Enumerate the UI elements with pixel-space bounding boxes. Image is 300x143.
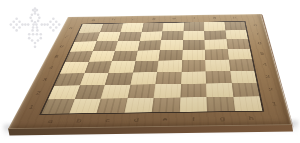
coord-rank-3-right: 3 <box>256 70 280 83</box>
square-h7 <box>225 30 248 39</box>
square-f4 <box>181 60 205 72</box>
square-g8 <box>204 22 225 31</box>
square-d5 <box>135 50 160 61</box>
square-d2 <box>127 84 155 98</box>
coord-file-c-bottom: c <box>91 114 123 128</box>
square-f1 <box>179 97 207 112</box>
square-c2 <box>101 85 130 99</box>
square-d7 <box>139 31 162 40</box>
square-c6 <box>115 41 140 51</box>
square-c4 <box>108 61 135 73</box>
square-h5 <box>227 49 252 60</box>
square-d8 <box>141 23 163 32</box>
square-e4 <box>157 60 182 72</box>
square-c1 <box>96 98 127 113</box>
coord-file-f-bottom: f <box>179 112 208 126</box>
square-d3 <box>130 72 157 85</box>
square-d1 <box>124 98 154 113</box>
square-e2 <box>154 84 181 98</box>
square-f2 <box>180 84 206 98</box>
frame-coordinates: aabbccddeeffgghh8877665544332211 <box>68 14 261 17</box>
playing-field <box>39 21 264 115</box>
square-e7 <box>161 31 183 40</box>
coord-file-d-bottom: d <box>120 113 151 127</box>
square-f3 <box>181 71 206 84</box>
square-h6 <box>226 39 250 49</box>
square-e6 <box>160 40 183 50</box>
product-photo-chessboard: aabbccddeeffgghh8877665544332211 <box>0 0 300 143</box>
square-e3 <box>155 72 181 85</box>
coord-rank-6-right: 6 <box>249 38 270 48</box>
coord-rank-7-right: 7 <box>247 29 268 38</box>
square-c8 <box>121 23 144 32</box>
square-f6 <box>182 40 204 50</box>
square-h2 <box>231 83 259 97</box>
coord-file-e-bottom: e <box>150 113 180 127</box>
coord-rank-5-right: 5 <box>251 48 273 59</box>
square-g3 <box>206 71 232 84</box>
square-h3 <box>230 71 257 84</box>
coord-file-a-bottom: a <box>33 114 67 128</box>
square-c7 <box>118 32 142 41</box>
square-h1 <box>233 96 262 111</box>
square-g2 <box>206 83 233 97</box>
coord-rank-8-right: 8 <box>245 21 265 30</box>
coord-file-b-bottom: b <box>62 114 95 128</box>
square-g1 <box>206 97 234 112</box>
square-e5 <box>158 50 182 61</box>
square-c5 <box>112 50 138 61</box>
square-c3 <box>105 72 133 85</box>
coord-rank-4-right: 4 <box>253 59 276 71</box>
square-e1 <box>152 97 180 112</box>
coord-file-g-bottom: g <box>208 112 238 126</box>
square-h8 <box>224 22 246 31</box>
square-f7 <box>183 31 205 40</box>
square-g4 <box>205 60 230 72</box>
square-g7 <box>204 30 226 39</box>
coord-rank-1-right: 1 <box>261 96 288 111</box>
square-f8 <box>183 22 204 31</box>
square-h4 <box>229 59 255 71</box>
coord-rank-2-right: 2 <box>258 83 284 97</box>
square-d4 <box>133 61 159 73</box>
square-g6 <box>204 39 227 49</box>
square-d6 <box>137 40 161 50</box>
square-e8 <box>162 23 183 32</box>
square-g5 <box>205 49 229 60</box>
square-f5 <box>182 49 205 60</box>
square-b8 <box>100 23 123 32</box>
coord-file-h-bottom: h <box>236 112 267 126</box>
board-grid <box>41 22 262 114</box>
